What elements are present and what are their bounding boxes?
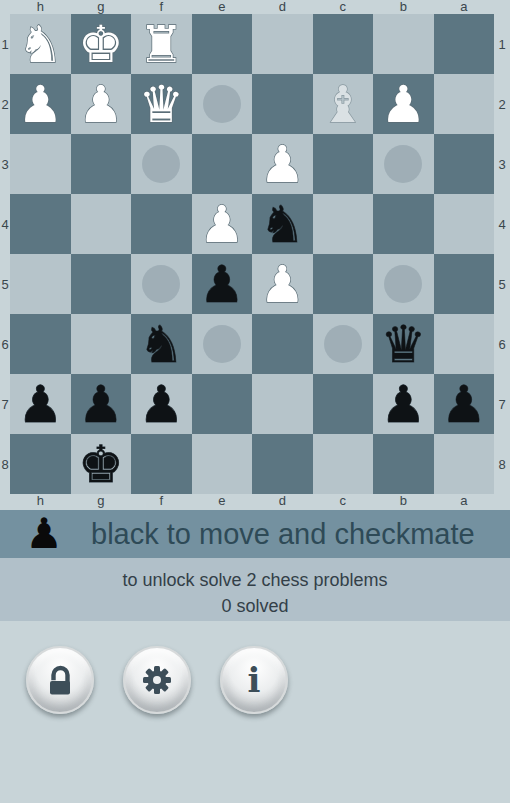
move-hint-dot-b3 (384, 145, 422, 183)
file-labels-top: hgfedcba (10, 0, 494, 14)
settings-button[interactable] (123, 646, 191, 714)
square-b5[interactable] (373, 254, 434, 314)
square-c6[interactable] (313, 314, 374, 374)
square-b8[interactable] (373, 434, 434, 494)
black-pawn-icon: ♟ (24, 510, 64, 558)
rank-label-3: 3 (494, 134, 510, 194)
white-pawn-e4: ♟ (199, 199, 245, 250)
square-g4[interactable] (71, 194, 132, 254)
white-bishop-c2: ♝ (320, 79, 366, 130)
file-label-g: g (71, 494, 132, 508)
square-f2[interactable]: ♛ (131, 74, 192, 134)
rank-label-6: 6 (0, 314, 10, 374)
square-g3[interactable] (71, 134, 132, 194)
square-e5[interactable]: ♟ (192, 254, 253, 314)
open-padlock-icon (42, 662, 78, 698)
square-d1[interactable] (252, 14, 313, 74)
rank-labels-right: 12345678 (494, 14, 510, 494)
square-d2[interactable] (252, 74, 313, 134)
file-label-c: c (313, 0, 374, 14)
square-g5[interactable] (71, 254, 132, 314)
square-g7[interactable]: ♟ (71, 374, 132, 434)
file-label-h: h (10, 494, 71, 508)
black-pawn-a7: ♟ (441, 379, 487, 430)
square-d3[interactable]: ♟ (252, 134, 313, 194)
file-label-e: e (192, 0, 253, 14)
file-label-d: d (252, 494, 313, 508)
square-a1[interactable] (434, 14, 495, 74)
black-knight-d4: ♞ (259, 199, 305, 250)
square-f5[interactable] (131, 254, 192, 314)
white-pawn-b2: ♟ (380, 79, 426, 130)
file-label-f: f (131, 0, 192, 14)
rank-label-2: 2 (0, 74, 10, 134)
square-b3[interactable] (373, 134, 434, 194)
white-pawn-h2: ♟ (17, 79, 63, 130)
square-c5[interactable] (313, 254, 374, 314)
file-label-b: b (373, 0, 434, 14)
rank-label-4: 4 (0, 194, 10, 254)
rank-label-7: 7 (494, 374, 510, 434)
square-g1[interactable]: ♚ (71, 14, 132, 74)
file-label-a: a (434, 0, 495, 14)
file-label-b: b (373, 494, 434, 508)
white-knight-h1: ♞ (17, 19, 63, 70)
rank-label-8: 8 (0, 434, 10, 494)
square-a5[interactable] (434, 254, 495, 314)
square-c4[interactable] (313, 194, 374, 254)
square-e6[interactable] (192, 314, 253, 374)
black-king-g8: ♚ (78, 439, 124, 490)
square-e2[interactable] (192, 74, 253, 134)
square-f7[interactable]: ♟ (131, 374, 192, 434)
rank-label-5: 5 (494, 254, 510, 314)
square-a8[interactable] (434, 434, 495, 494)
square-h5[interactable] (10, 254, 71, 314)
square-e3[interactable] (192, 134, 253, 194)
square-b1[interactable] (373, 14, 434, 74)
rank-label-1: 1 (494, 14, 510, 74)
square-f8[interactable] (131, 434, 192, 494)
square-f3[interactable] (131, 134, 192, 194)
square-b7[interactable]: ♟ (373, 374, 434, 434)
square-h7[interactable]: ♟ (10, 374, 71, 434)
file-label-e: e (192, 494, 253, 508)
rank-label-5: 5 (0, 254, 10, 314)
file-label-d: d (252, 0, 313, 14)
square-h8[interactable] (10, 434, 71, 494)
square-e4[interactable]: ♟ (192, 194, 253, 254)
square-f4[interactable] (131, 194, 192, 254)
square-d8[interactable] (252, 434, 313, 494)
square-c7[interactable] (313, 374, 374, 434)
file-label-h: h (10, 0, 71, 14)
black-pawn-f7: ♟ (138, 379, 184, 430)
square-g2[interactable]: ♟ (71, 74, 132, 134)
rank-label-1: 1 (0, 14, 10, 74)
square-f1[interactable]: ♜ (131, 14, 192, 74)
black-pawn-g7: ♟ (78, 379, 124, 430)
square-c8[interactable] (313, 434, 374, 494)
solved-count-text: 0 solved (0, 593, 510, 619)
chess-board: ♞♚♜♟♟♛♝♟♟♟♞♟♟♞♛♟♟♟♟♟♚ (10, 14, 494, 494)
file-label-a: a (434, 494, 495, 508)
square-b4[interactable] (373, 194, 434, 254)
rank-label-6: 6 (494, 314, 510, 374)
rank-label-7: 7 (0, 374, 10, 434)
info-icon: i (248, 663, 261, 697)
rank-label-4: 4 (494, 194, 510, 254)
rank-label-2: 2 (494, 74, 510, 134)
square-c3[interactable] (313, 134, 374, 194)
chess-lock-screen: hgfedcba 12345678 ♞♚♜♟♟♛♝♟♟♟♞♟♟♞♛♟♟♟♟♟♚ … (0, 0, 510, 803)
square-g8[interactable]: ♚ (71, 434, 132, 494)
square-a7[interactable]: ♟ (434, 374, 495, 434)
white-pawn-d3: ♟ (259, 139, 305, 190)
file-label-f: f (131, 494, 192, 508)
white-queen-f2: ♛ (138, 79, 184, 130)
square-a6[interactable] (434, 314, 495, 374)
square-f6[interactable]: ♞ (131, 314, 192, 374)
square-h1[interactable]: ♞ (10, 14, 71, 74)
square-h6[interactable] (10, 314, 71, 374)
square-e8[interactable] (192, 434, 253, 494)
square-c1[interactable] (313, 14, 374, 74)
square-c2[interactable]: ♝ (313, 74, 374, 134)
square-d5[interactable]: ♟ (252, 254, 313, 314)
square-a2[interactable] (434, 74, 495, 134)
black-queen-b6: ♛ (380, 319, 426, 370)
square-h2[interactable]: ♟ (10, 74, 71, 134)
square-a3[interactable] (434, 134, 495, 194)
white-pawn-d5: ♟ (259, 259, 305, 310)
move-hint-dot-e6 (203, 325, 241, 363)
square-a4[interactable] (434, 194, 495, 254)
gear-icon (139, 662, 175, 698)
white-pawn-g2: ♟ (78, 79, 124, 130)
black-pawn-e5: ♟ (199, 259, 245, 310)
square-b2[interactable]: ♟ (373, 74, 434, 134)
unlock-progress-panel: to unlock solve 2 chess problems 0 solve… (0, 558, 510, 621)
white-rook-f1: ♜ (138, 19, 184, 70)
move-hint-dot-f5 (142, 265, 180, 303)
square-g6[interactable] (71, 314, 132, 374)
square-e7[interactable] (192, 374, 253, 434)
move-hint-dot-f3 (142, 145, 180, 183)
square-e1[interactable] (192, 14, 253, 74)
move-hint-dot-e2 (203, 85, 241, 123)
square-b6[interactable]: ♛ (373, 314, 434, 374)
side-to-move-banner: ♟ black to move and checkmate (0, 510, 510, 558)
rank-label-8: 8 (494, 434, 510, 494)
side-to-move-text: black to move and checkmate (91, 518, 475, 551)
file-labels-bottom: hgfedcba (10, 494, 494, 508)
file-label-c: c (313, 494, 374, 508)
move-hint-dot-c6 (324, 325, 362, 363)
info-button[interactable]: i (220, 646, 288, 714)
rank-labels-left: 12345678 (0, 14, 10, 494)
move-hint-dot-b5 (384, 265, 422, 303)
rank-label-3: 3 (0, 134, 10, 194)
black-knight-f6: ♞ (138, 319, 184, 370)
square-h4[interactable] (10, 194, 71, 254)
square-h3[interactable] (10, 134, 71, 194)
black-pawn-b7: ♟ (380, 379, 426, 430)
square-d6[interactable] (252, 314, 313, 374)
button-row: i (26, 646, 288, 714)
unlock-instruction-text: to unlock solve 2 chess problems (0, 567, 510, 593)
white-king-g1: ♚ (78, 19, 124, 70)
square-d4[interactable]: ♞ (252, 194, 313, 254)
file-label-g: g (71, 0, 132, 14)
square-d7[interactable] (252, 374, 313, 434)
unlock-button[interactable] (26, 646, 94, 714)
black-pawn-h7: ♟ (17, 379, 63, 430)
